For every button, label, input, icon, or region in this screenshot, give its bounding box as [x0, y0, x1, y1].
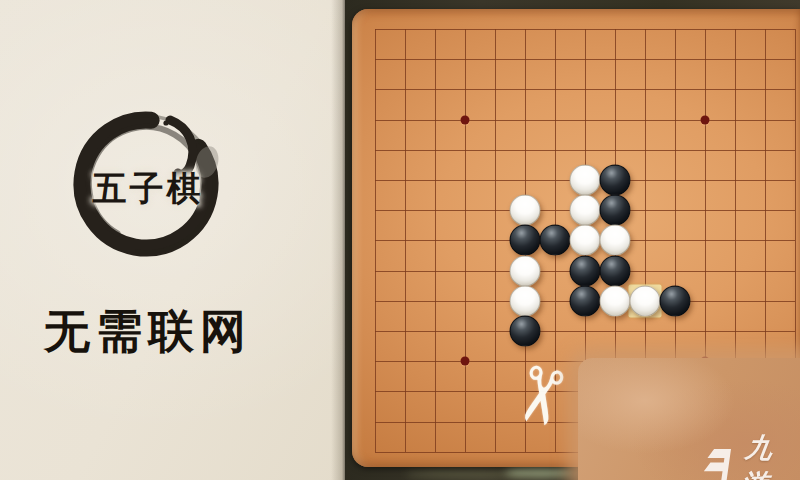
stone-black[interactable] [570, 255, 601, 286]
stone-black[interactable] [660, 285, 691, 316]
star-point [461, 115, 470, 124]
stone-white[interactable] [510, 255, 541, 286]
stone-black[interactable] [600, 255, 631, 286]
stone-black[interactable] [540, 225, 571, 256]
background-light-spot [505, 466, 575, 478]
stone-white[interactable] [600, 285, 631, 316]
stone-white[interactable] [510, 285, 541, 316]
panel-edge-shadow [331, 0, 345, 480]
stone-black[interactable] [510, 316, 541, 347]
publisher-name: 九游 [738, 430, 800, 480]
grid-line-horizontal [375, 331, 795, 332]
publisher-watermark: 九游 [702, 430, 800, 480]
jiuyou-logo-icon [702, 445, 738, 480]
intro-panel: 五子棋 无需联网 [0, 0, 345, 480]
stone-white[interactable] [510, 195, 541, 226]
app-title: 五子棋 [0, 166, 296, 212]
stone-black[interactable] [600, 195, 631, 226]
star-point [461, 357, 470, 366]
stone-white[interactable] [600, 225, 631, 256]
game-photo-panel: ✂ 九游 [345, 0, 800, 480]
stone-black[interactable] [570, 285, 601, 316]
stone-white[interactable] [570, 225, 601, 256]
stone-black[interactable] [600, 165, 631, 196]
stone-white[interactable] [570, 165, 601, 196]
tagline-text: 无需联网 [0, 301, 296, 363]
star-point [701, 115, 710, 124]
stone-white[interactable] [570, 195, 601, 226]
stone-white[interactable] [630, 285, 661, 316]
screenshot-stage: 五子棋 无需联网 ✂ 九游 [0, 0, 800, 480]
stone-black[interactable] [510, 225, 541, 256]
